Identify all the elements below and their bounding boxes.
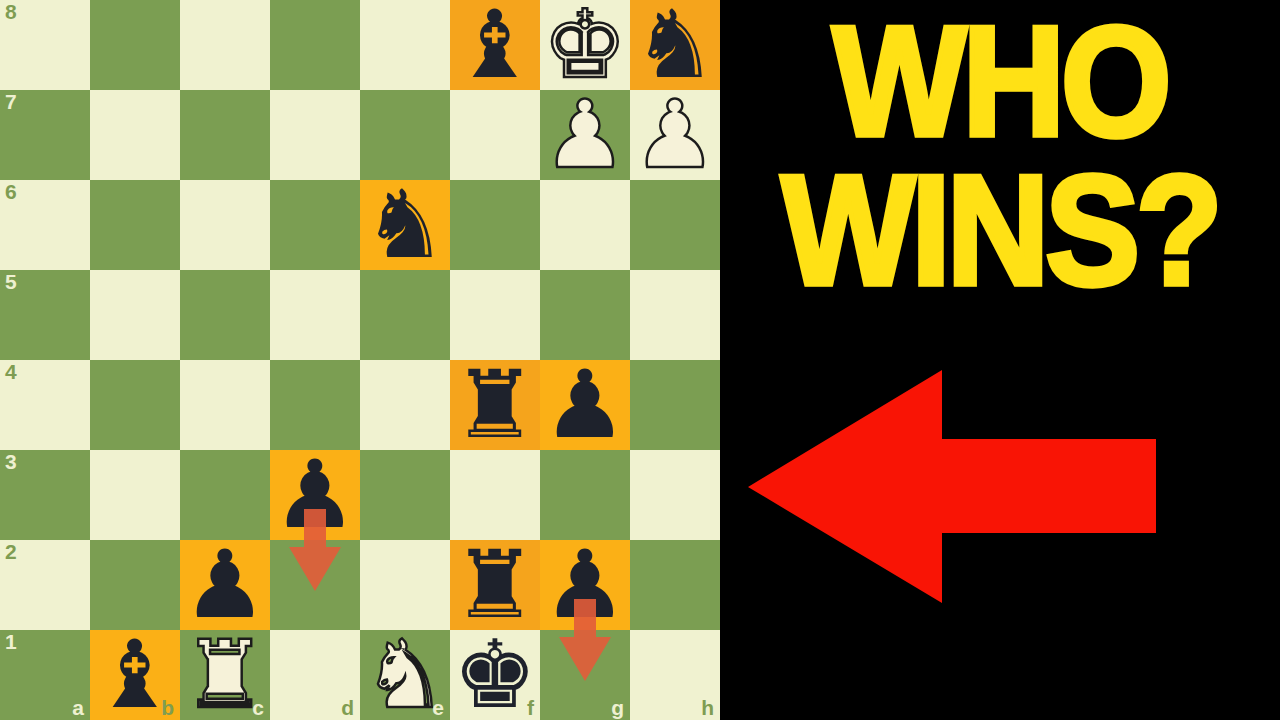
square-a5[interactable]: 5: [0, 270, 90, 360]
square-f1[interactable]: f♚︎: [450, 630, 540, 720]
square-h5[interactable]: [630, 270, 720, 360]
square-e5[interactable]: [360, 270, 450, 360]
square-f7[interactable]: [450, 90, 540, 180]
square-f8[interactable]: ♝︎: [450, 0, 540, 90]
square-b5[interactable]: [90, 270, 180, 360]
square-f3[interactable]: [450, 450, 540, 540]
square-b2[interactable]: [90, 540, 180, 630]
square-e1[interactable]: e♞︎: [360, 630, 450, 720]
square-a3[interactable]: 3: [0, 450, 90, 540]
rank-label-3: 3: [5, 451, 17, 473]
file-label-g: g: [611, 697, 624, 719]
square-d1[interactable]: d: [270, 630, 360, 720]
black-king-f1[interactable]: ♚︎: [453, 630, 537, 720]
square-f2[interactable]: ♜︎: [450, 540, 540, 630]
white-pawn-h7[interactable]: ♟︎: [633, 90, 717, 180]
square-d3[interactable]: ♟︎: [270, 450, 360, 540]
square-d7[interactable]: [270, 90, 360, 180]
square-b1[interactable]: b♝︎: [90, 630, 180, 720]
square-g6[interactable]: [540, 180, 630, 270]
black-knight-h8[interactable]: ♞︎: [633, 0, 717, 90]
square-g8[interactable]: ♚︎: [540, 0, 630, 90]
square-h3[interactable]: [630, 450, 720, 540]
rank-label-6: 6: [5, 181, 17, 203]
square-c8[interactable]: [180, 0, 270, 90]
black-knight-e6[interactable]: ♞︎: [363, 180, 447, 270]
square-b7[interactable]: [90, 90, 180, 180]
file-label-d: d: [341, 697, 354, 719]
chess-board-area: 8♝︎♚︎♞︎7♟︎♟︎6♞︎54♜︎♟︎3♟︎2♟︎♜︎♟︎1ab♝︎c♜︎d…: [0, 0, 720, 720]
square-h2[interactable]: [630, 540, 720, 630]
rank-label-1: 1: [5, 631, 17, 653]
square-a2[interactable]: 2: [0, 540, 90, 630]
left-arrow-icon: [720, 340, 1280, 620]
square-g3[interactable]: [540, 450, 630, 540]
rank-label-8: 8: [5, 1, 17, 23]
square-h6[interactable]: [630, 180, 720, 270]
square-b8[interactable]: [90, 0, 180, 90]
square-h4[interactable]: [630, 360, 720, 450]
square-c5[interactable]: [180, 270, 270, 360]
title-line-2: WINS?: [720, 156, 1280, 306]
square-f6[interactable]: [450, 180, 540, 270]
square-e3[interactable]: [360, 450, 450, 540]
square-g5[interactable]: [540, 270, 630, 360]
square-a8[interactable]: 8: [0, 0, 90, 90]
black-pawn-g4[interactable]: ♟︎: [543, 360, 627, 450]
square-b4[interactable]: [90, 360, 180, 450]
rank-label-7: 7: [5, 91, 17, 113]
black-rook-f4[interactable]: ♜︎: [453, 360, 537, 450]
square-d5[interactable]: [270, 270, 360, 360]
square-d8[interactable]: [270, 0, 360, 90]
square-c7[interactable]: [180, 90, 270, 180]
title: WHO WINS?: [720, 6, 1280, 305]
square-c1[interactable]: c♜︎: [180, 630, 270, 720]
square-h8[interactable]: ♞︎: [630, 0, 720, 90]
black-bishop-f8[interactable]: ♝︎: [453, 0, 537, 90]
right-panel: WHO WINS?: [720, 0, 1280, 720]
square-b3[interactable]: [90, 450, 180, 540]
thumbnail: 8♝︎♚︎♞︎7♟︎♟︎6♞︎54♜︎♟︎3♟︎2♟︎♜︎♟︎1ab♝︎c♜︎d…: [0, 0, 1280, 720]
black-pawn-c2[interactable]: ♟︎: [183, 540, 267, 630]
square-h7[interactable]: ♟︎: [630, 90, 720, 180]
square-g2[interactable]: ♟︎: [540, 540, 630, 630]
file-label-h: h: [701, 697, 714, 719]
square-e2[interactable]: [360, 540, 450, 630]
square-a4[interactable]: 4: [0, 360, 90, 450]
black-bishop-b1[interactable]: ♝︎: [93, 630, 177, 720]
square-c6[interactable]: [180, 180, 270, 270]
white-knight-e1[interactable]: ♞︎: [363, 630, 447, 720]
square-a6[interactable]: 6: [0, 180, 90, 270]
rank-label-4: 4: [5, 361, 17, 383]
square-e7[interactable]: [360, 90, 450, 180]
black-rook-f2[interactable]: ♜︎: [453, 540, 537, 630]
square-e6[interactable]: ♞︎: [360, 180, 450, 270]
square-c3[interactable]: [180, 450, 270, 540]
square-d2[interactable]: [270, 540, 360, 630]
white-rook-c1[interactable]: ♜︎: [183, 630, 267, 720]
square-a1[interactable]: 1a: [0, 630, 90, 720]
square-g7[interactable]: ♟︎: [540, 90, 630, 180]
file-label-a: a: [72, 697, 84, 719]
square-e4[interactable]: [360, 360, 450, 450]
square-c4[interactable]: [180, 360, 270, 450]
square-h1[interactable]: h: [630, 630, 720, 720]
white-king-g8[interactable]: ♚︎: [543, 0, 627, 90]
square-d4[interactable]: [270, 360, 360, 450]
white-pawn-g7[interactable]: ♟︎: [543, 90, 627, 180]
rank-label-2: 2: [5, 541, 17, 563]
square-e8[interactable]: [360, 0, 450, 90]
square-b6[interactable]: [90, 180, 180, 270]
black-pawn-d3[interactable]: ♟︎: [273, 450, 357, 540]
square-g1[interactable]: g: [540, 630, 630, 720]
chess-board[interactable]: 8♝︎♚︎♞︎7♟︎♟︎6♞︎54♜︎♟︎3♟︎2♟︎♜︎♟︎1ab♝︎c♜︎d…: [0, 0, 720, 720]
black-pawn-g2[interactable]: ♟︎: [543, 540, 627, 630]
square-c2[interactable]: ♟︎: [180, 540, 270, 630]
rank-label-5: 5: [5, 271, 17, 293]
square-a7[interactable]: 7: [0, 90, 90, 180]
square-f4[interactable]: ♜︎: [450, 360, 540, 450]
square-g4[interactable]: ♟︎: [540, 360, 630, 450]
title-line-1: WHO: [720, 6, 1280, 156]
square-f5[interactable]: [450, 270, 540, 360]
square-d6[interactable]: [270, 180, 360, 270]
